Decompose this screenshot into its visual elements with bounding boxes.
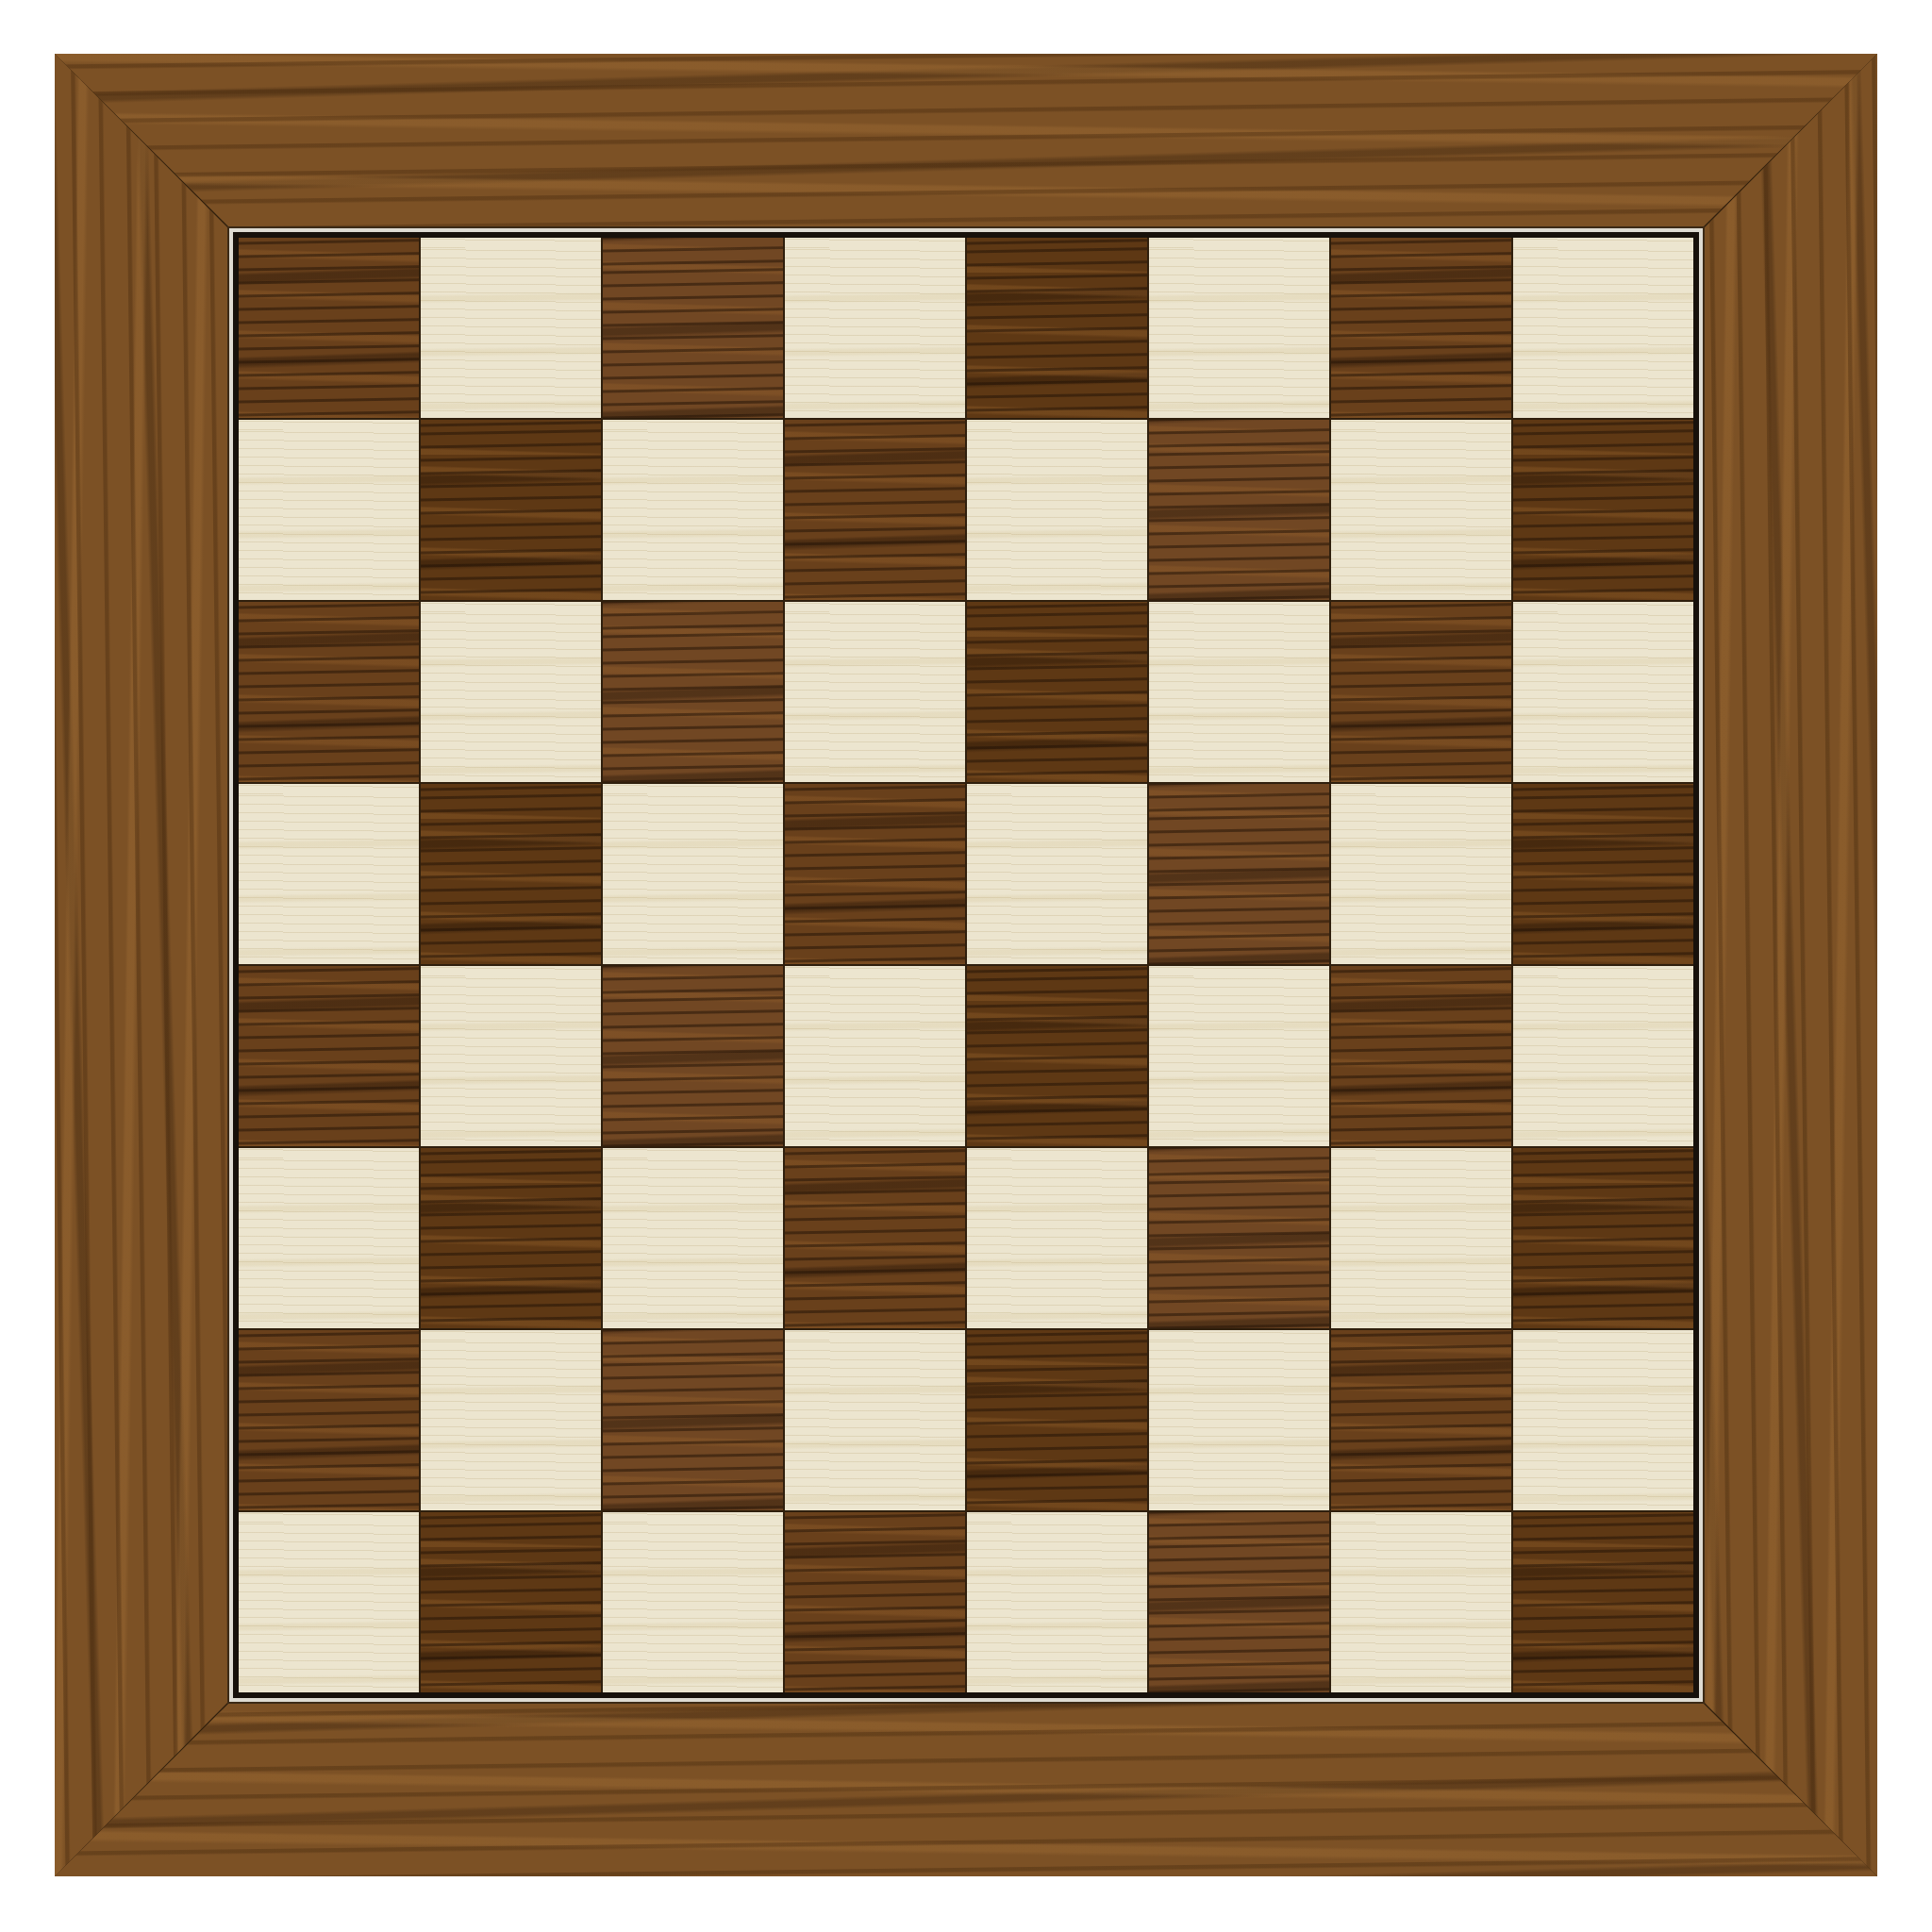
square-f7: [1149, 420, 1329, 600]
square-a5: [239, 784, 419, 964]
square-e3: [967, 1148, 1147, 1328]
square-g3: [1331, 1148, 1511, 1328]
square-a3: [239, 1148, 419, 1328]
square-d5: [785, 784, 965, 964]
square-g8: [1331, 238, 1511, 418]
square-f5: [1149, 784, 1329, 964]
square-d6: [785, 602, 965, 782]
square-a1: [239, 1512, 419, 1692]
square-e6: [967, 602, 1147, 782]
square-a4: [239, 966, 419, 1146]
square-c6: [603, 602, 783, 782]
square-c5: [603, 784, 783, 964]
square-h4: [1513, 966, 1693, 1146]
square-e1: [967, 1512, 1147, 1692]
square-f1: [1149, 1512, 1329, 1692]
square-g1: [1331, 1512, 1511, 1692]
square-g2: [1331, 1330, 1511, 1510]
square-a6: [239, 602, 419, 782]
square-h6: [1513, 602, 1693, 782]
square-g7: [1331, 420, 1511, 600]
square-c7: [603, 420, 783, 600]
square-c1: [603, 1512, 783, 1692]
square-c4: [603, 966, 783, 1146]
square-b1: [421, 1512, 601, 1692]
square-f4: [1149, 966, 1329, 1146]
square-h2: [1513, 1330, 1693, 1510]
border-inlay: [227, 226, 1705, 1704]
square-b8: [421, 238, 601, 418]
square-e2: [967, 1330, 1147, 1510]
square-b6: [421, 602, 601, 782]
square-a7: [239, 420, 419, 600]
square-h5: [1513, 784, 1693, 964]
photo-background: [0, 0, 1932, 1932]
square-c8: [603, 238, 783, 418]
square-b7: [421, 420, 601, 600]
square-b3: [421, 1148, 601, 1328]
square-h1: [1513, 1512, 1693, 1692]
square-d1: [785, 1512, 965, 1692]
square-h7: [1513, 420, 1693, 600]
square-a2: [239, 1330, 419, 1510]
square-g4: [1331, 966, 1511, 1146]
playing-field: [239, 238, 1693, 1692]
square-f8: [1149, 238, 1329, 418]
square-h3: [1513, 1148, 1693, 1328]
square-b5: [421, 784, 601, 964]
square-e4: [967, 966, 1147, 1146]
square-g5: [1331, 784, 1511, 964]
square-b2: [421, 1330, 601, 1510]
square-a8: [239, 238, 419, 418]
square-d4: [785, 966, 965, 1146]
square-f6: [1149, 602, 1329, 782]
square-c2: [603, 1330, 783, 1510]
square-f2: [1149, 1330, 1329, 1510]
square-g6: [1331, 602, 1511, 782]
square-d2: [785, 1330, 965, 1510]
square-c3: [603, 1148, 783, 1328]
square-f3: [1149, 1148, 1329, 1328]
square-b4: [421, 966, 601, 1146]
square-d3: [785, 1148, 965, 1328]
square-d8: [785, 238, 965, 418]
square-e8: [967, 238, 1147, 418]
chessboard: [55, 54, 1877, 1876]
square-h8: [1513, 238, 1693, 418]
square-e7: [967, 420, 1147, 600]
square-d7: [785, 420, 965, 600]
square-e5: [967, 784, 1147, 964]
